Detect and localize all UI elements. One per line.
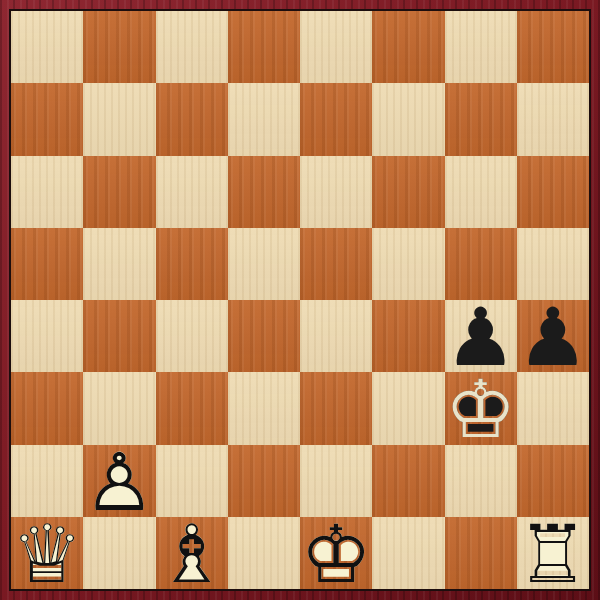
square-h2[interactable]	[517, 445, 589, 517]
square-e5[interactable]	[300, 228, 372, 300]
white-pawn-outline: ♙	[83, 447, 155, 519]
square-c4[interactable]	[156, 300, 228, 372]
square-d4[interactable]	[228, 300, 300, 372]
square-g7[interactable]	[445, 83, 517, 155]
square-c8[interactable]	[156, 11, 228, 83]
square-f6[interactable]	[372, 156, 444, 228]
square-f8[interactable]	[372, 11, 444, 83]
square-d3[interactable]	[228, 372, 300, 444]
chess-board: ♟♟♚♔♟♙♛♕♝♗♚♔♜♖	[9, 9, 591, 591]
black-pawn-glyph: ♟	[517, 302, 589, 374]
square-b1[interactable]	[83, 517, 155, 589]
square-b5[interactable]	[83, 228, 155, 300]
square-d1[interactable]	[228, 517, 300, 589]
square-b6[interactable]	[83, 156, 155, 228]
square-g4[interactable]: ♟	[445, 300, 517, 372]
square-e3[interactable]	[300, 372, 372, 444]
square-h6[interactable]	[517, 156, 589, 228]
white-rook-outline: ♖	[517, 519, 589, 591]
square-f3[interactable]	[372, 372, 444, 444]
square-d8[interactable]	[228, 11, 300, 83]
white-bishop-outline: ♗	[156, 519, 228, 591]
black-king[interactable]: ♚♔	[445, 372, 517, 444]
square-c3[interactable]	[156, 372, 228, 444]
square-b2[interactable]: ♟♙	[83, 445, 155, 517]
square-b8[interactable]	[83, 11, 155, 83]
square-d5[interactable]	[228, 228, 300, 300]
white-bishop[interactable]: ♝♗	[156, 517, 228, 589]
square-e4[interactable]	[300, 300, 372, 372]
white-queen-outline: ♕	[11, 519, 83, 591]
square-g3[interactable]: ♚♔	[445, 372, 517, 444]
square-h5[interactable]	[517, 228, 589, 300]
square-a1[interactable]: ♛♕	[11, 517, 83, 589]
square-f7[interactable]	[372, 83, 444, 155]
square-g8[interactable]	[445, 11, 517, 83]
square-a3[interactable]	[11, 372, 83, 444]
black-king-outline: ♔	[445, 374, 517, 446]
square-f2[interactable]	[372, 445, 444, 517]
square-h8[interactable]	[517, 11, 589, 83]
square-e7[interactable]	[300, 83, 372, 155]
square-b3[interactable]	[83, 372, 155, 444]
square-h3[interactable]	[517, 372, 589, 444]
square-a2[interactable]	[11, 445, 83, 517]
square-b4[interactable]	[83, 300, 155, 372]
square-f4[interactable]	[372, 300, 444, 372]
chess-board-frame: ♟♟♚♔♟♙♛♕♝♗♚♔♜♖	[0, 0, 600, 600]
square-g6[interactable]	[445, 156, 517, 228]
white-queen[interactable]: ♛♕	[11, 517, 83, 589]
square-c6[interactable]	[156, 156, 228, 228]
square-h7[interactable]	[517, 83, 589, 155]
white-king[interactable]: ♚♔	[300, 517, 372, 589]
square-b7[interactable]	[83, 83, 155, 155]
square-a8[interactable]	[11, 11, 83, 83]
square-c5[interactable]	[156, 228, 228, 300]
square-d2[interactable]	[228, 445, 300, 517]
square-f5[interactable]	[372, 228, 444, 300]
square-a4[interactable]	[11, 300, 83, 372]
square-e1[interactable]: ♚♔	[300, 517, 372, 589]
square-d6[interactable]	[228, 156, 300, 228]
white-king-outline: ♔	[300, 519, 372, 591]
square-h4[interactable]: ♟	[517, 300, 589, 372]
square-g5[interactable]	[445, 228, 517, 300]
square-h1[interactable]: ♜♖	[517, 517, 589, 589]
white-rook[interactable]: ♜♖	[517, 517, 589, 589]
black-pawn[interactable]: ♟	[517, 300, 589, 372]
square-a5[interactable]	[11, 228, 83, 300]
square-e2[interactable]	[300, 445, 372, 517]
white-pawn[interactable]: ♟♙	[83, 445, 155, 517]
square-g1[interactable]	[445, 517, 517, 589]
square-a7[interactable]	[11, 83, 83, 155]
chess-app: ♟♟♚♔♟♙♛♕♝♗♚♔♜♖	[0, 0, 600, 600]
square-f1[interactable]	[372, 517, 444, 589]
square-d7[interactable]	[228, 83, 300, 155]
square-e6[interactable]	[300, 156, 372, 228]
square-e8[interactable]	[300, 11, 372, 83]
square-c2[interactable]	[156, 445, 228, 517]
square-a6[interactable]	[11, 156, 83, 228]
square-c1[interactable]: ♝♗	[156, 517, 228, 589]
black-pawn[interactable]: ♟	[445, 300, 517, 372]
square-c7[interactable]	[156, 83, 228, 155]
square-g2[interactable]	[445, 445, 517, 517]
